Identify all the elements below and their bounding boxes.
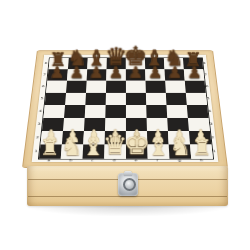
piece-light-queen: ♛ xyxy=(103,131,128,159)
square-h5 xyxy=(186,93,207,105)
square-h6 xyxy=(185,81,206,93)
square-e8: ♚ xyxy=(126,58,145,69)
square-g6 xyxy=(165,81,186,93)
square-e7: ♟ xyxy=(126,69,146,81)
square-a8: ♜ xyxy=(49,58,69,69)
clasp-latch-icon xyxy=(118,173,138,196)
square-b3 xyxy=(63,118,85,131)
scene: abcdefgh abcdefgh 87654321 87654321 ♜♞♝♛… xyxy=(0,0,250,250)
square-g8: ♞ xyxy=(164,58,184,69)
square-f1: ♝ xyxy=(147,145,169,159)
square-a5 xyxy=(45,93,66,105)
square-f5 xyxy=(146,93,167,105)
piece-dark-knight: ♞ xyxy=(68,47,88,69)
file-label-b: b xyxy=(59,158,81,162)
square-e3 xyxy=(126,118,147,131)
board-grid: ♜♞♝♛♚♝♞♜♟♟♟♟♟♟♟♟♟♟♟♟♟♟♟♟♜♞♝♛♚♝♞♜ xyxy=(38,58,214,160)
clasp-ring-icon xyxy=(123,178,136,191)
file-label-e: e xyxy=(125,158,147,162)
square-c4 xyxy=(85,105,106,118)
square-h1: ♜ xyxy=(190,145,213,159)
square-b7: ♟ xyxy=(67,69,87,81)
square-d2: ♟ xyxy=(105,131,126,145)
clasp-hook-icon xyxy=(124,171,132,176)
square-b6 xyxy=(66,81,87,93)
square-d6 xyxy=(106,81,126,93)
square-f3 xyxy=(147,118,168,131)
square-h4 xyxy=(187,105,209,118)
square-c3 xyxy=(84,118,105,131)
file-label-a: a xyxy=(38,158,60,162)
square-d4 xyxy=(105,105,126,118)
piece-light-bishop: ♝ xyxy=(82,134,104,159)
square-a6 xyxy=(46,81,67,93)
piece-light-knight: ♞ xyxy=(61,134,83,159)
square-h3 xyxy=(188,118,210,131)
piece-dark-bishop: ♝ xyxy=(87,47,107,69)
square-h2: ♟ xyxy=(189,131,211,145)
square-b4 xyxy=(64,105,85,118)
piece-light-bishop: ♝ xyxy=(148,134,170,159)
file-label-d: d xyxy=(103,158,125,162)
piece-dark-queen: ♛ xyxy=(105,45,127,70)
square-c8: ♝ xyxy=(87,58,107,69)
piece-light-knight: ♞ xyxy=(169,134,191,159)
square-e1: ♚ xyxy=(126,145,148,159)
square-f2: ♟ xyxy=(147,131,169,145)
square-f4 xyxy=(146,105,167,118)
square-d1: ♛ xyxy=(104,145,126,159)
square-a4 xyxy=(43,105,65,118)
square-b5 xyxy=(65,93,86,105)
square-e6 xyxy=(126,81,146,93)
square-f8: ♝ xyxy=(145,58,165,69)
square-a2: ♟ xyxy=(41,131,63,145)
square-h7: ♟ xyxy=(184,69,205,81)
square-b1: ♞ xyxy=(61,145,83,159)
square-g4 xyxy=(167,105,188,118)
square-h8: ♜ xyxy=(183,58,203,69)
square-d8: ♛ xyxy=(107,58,126,69)
square-f7: ♟ xyxy=(145,69,165,81)
square-d5 xyxy=(106,93,126,105)
file-labels-bottom: abcdefgh xyxy=(38,158,213,162)
square-e5 xyxy=(126,93,146,105)
piece-dark-bishop: ♝ xyxy=(145,47,165,69)
square-b2: ♟ xyxy=(62,131,84,145)
chess-box-front xyxy=(27,166,228,206)
piece-dark-knight: ♞ xyxy=(164,47,184,69)
file-label-g: g xyxy=(168,158,190,162)
square-f6 xyxy=(146,81,166,93)
square-e4 xyxy=(126,105,147,118)
square-g5 xyxy=(166,93,187,105)
square-d7: ♟ xyxy=(106,69,126,81)
file-label-f: f xyxy=(147,158,169,162)
base-seam xyxy=(28,196,227,197)
square-e2: ♟ xyxy=(126,131,147,145)
chess-box-product-photo: abcdefgh abcdefgh 87654321 87654321 ♜♞♝♛… xyxy=(0,0,250,250)
piece-light-king: ♚ xyxy=(124,129,151,159)
square-a3 xyxy=(42,118,64,131)
file-label-h: h xyxy=(190,158,212,162)
chess-board: abcdefgh abcdefgh 87654321 87654321 ♜♞♝♛… xyxy=(32,55,219,162)
square-g2: ♟ xyxy=(168,131,190,145)
file-label-c: c xyxy=(81,158,103,162)
square-c7: ♟ xyxy=(87,69,107,81)
square-c1: ♝ xyxy=(82,145,104,159)
piece-dark-rook: ♜ xyxy=(185,50,202,69)
piece-dark-rook: ♜ xyxy=(50,50,67,69)
square-c2: ♟ xyxy=(83,131,105,145)
square-g1: ♞ xyxy=(169,145,192,159)
square-a1: ♜ xyxy=(39,145,62,159)
square-c5 xyxy=(85,93,106,105)
square-g3 xyxy=(167,118,189,131)
chess-box-lid: abcdefgh abcdefgh 87654321 87654321 ♜♞♝♛… xyxy=(22,50,228,168)
square-b8: ♞ xyxy=(68,58,88,69)
square-a7: ♟ xyxy=(47,69,68,81)
square-g7: ♟ xyxy=(165,69,185,81)
square-c6 xyxy=(86,81,106,93)
square-d3 xyxy=(105,118,126,131)
